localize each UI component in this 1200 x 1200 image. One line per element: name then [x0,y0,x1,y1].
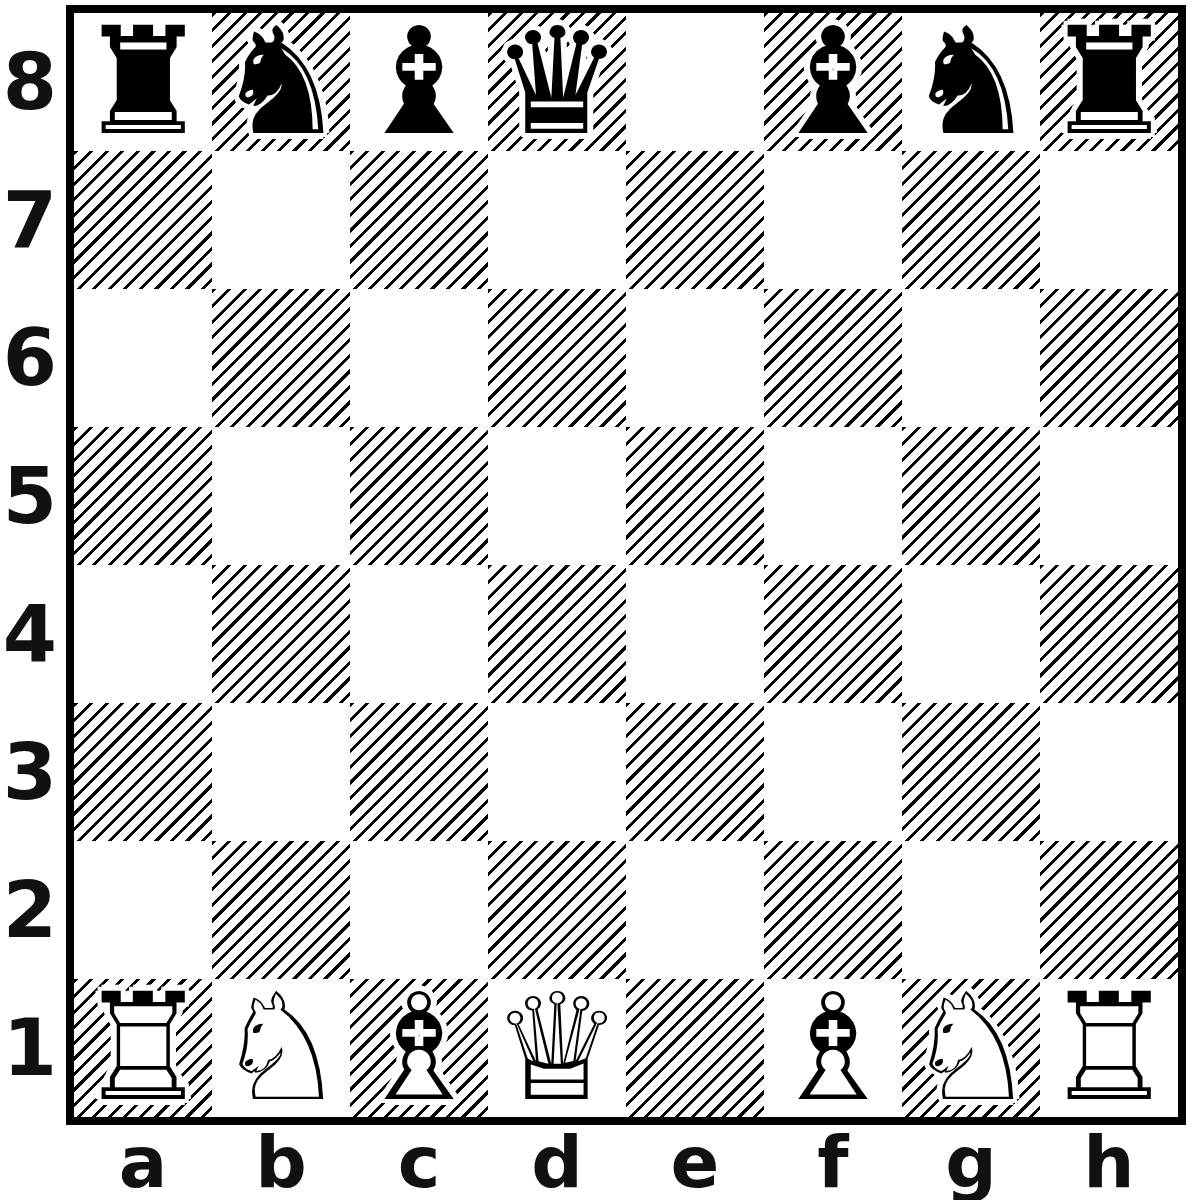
square-h2[interactable] [1040,841,1178,979]
piece-glyph: ♖ [1040,979,1178,1117]
square-f4[interactable] [764,565,902,703]
file-label-f: f [764,1126,902,1198]
square-g6[interactable] [902,289,1040,427]
square-c7[interactable] [350,151,488,289]
file-label-b: b [212,1126,350,1198]
square-b3[interactable] [212,703,350,841]
square-c2[interactable] [350,841,488,979]
square-d6[interactable] [488,289,626,427]
square-c6[interactable] [350,289,488,427]
square-f1[interactable]: ♝♗ [764,979,902,1117]
piece-glyph: ♞ [212,13,350,151]
chessboard: ♜♜♞♞♝♝♛♛♝♝♞♞♜♜♜♖♞♘♝♗♛♕♝♗♞♘♜♖ [66,5,1186,1125]
square-a8[interactable]: ♜♜ [74,13,212,151]
square-d5[interactable] [488,427,626,565]
rank-label-4: 4 [0,565,60,703]
rank-label-8: 8 [0,13,60,151]
square-b6[interactable] [212,289,350,427]
piece-glyph: ♘ [212,979,350,1117]
square-e3[interactable] [626,703,764,841]
square-d7[interactable] [488,151,626,289]
square-b5[interactable] [212,427,350,565]
piece-glyph: ♖ [74,979,212,1117]
square-e7[interactable] [626,151,764,289]
file-label-g: g [902,1126,1040,1198]
square-g7[interactable] [902,151,1040,289]
black-knight[interactable]: ♞♞ [902,13,1040,151]
square-e2[interactable] [626,841,764,979]
white-bishop[interactable]: ♝♗ [350,979,488,1117]
square-c1[interactable]: ♝♗ [350,979,488,1117]
black-bishop[interactable]: ♝♝ [764,13,902,151]
piece-glyph: ♝ [764,13,902,151]
rank-label-2: 2 [0,841,60,979]
square-d8[interactable]: ♛♛ [488,13,626,151]
rank-label-6: 6 [0,289,60,427]
square-h3[interactable] [1040,703,1178,841]
square-f3[interactable] [764,703,902,841]
square-e6[interactable] [626,289,764,427]
square-b2[interactable] [212,841,350,979]
white-knight[interactable]: ♞♘ [212,979,350,1117]
square-a4[interactable] [74,565,212,703]
file-label-e: e [626,1126,764,1198]
file-label-c: c [350,1126,488,1198]
piece-glyph: ♘ [902,979,1040,1117]
square-h8[interactable]: ♜♜ [1040,13,1178,151]
square-g2[interactable] [902,841,1040,979]
square-a6[interactable] [74,289,212,427]
file-label-h: h [1040,1126,1178,1198]
square-c3[interactable] [350,703,488,841]
square-e5[interactable] [626,427,764,565]
black-queen[interactable]: ♛♛ [488,13,626,151]
chess-diagram: 87654321 ♜♜♞♞♝♝♛♛♝♝♞♞♜♜♜♖♞♘♝♗♛♕♝♗♞♘♜♖ ab… [0,0,1200,1200]
square-e8[interactable] [626,13,764,151]
piece-glyph: ♝ [350,13,488,151]
square-c4[interactable] [350,565,488,703]
square-d1[interactable]: ♛♕ [488,979,626,1117]
rank-label-3: 3 [0,703,60,841]
square-a1[interactable]: ♜♖ [74,979,212,1117]
piece-glyph: ♛ [488,13,626,151]
black-knight[interactable]: ♞♞ [212,13,350,151]
square-b8[interactable]: ♞♞ [212,13,350,151]
square-b1[interactable]: ♞♘ [212,979,350,1117]
square-a5[interactable] [74,427,212,565]
square-c8[interactable]: ♝♝ [350,13,488,151]
white-rook[interactable]: ♜♖ [1040,979,1178,1117]
square-h4[interactable] [1040,565,1178,703]
square-b4[interactable] [212,565,350,703]
square-e4[interactable] [626,565,764,703]
square-h5[interactable] [1040,427,1178,565]
square-g3[interactable] [902,703,1040,841]
square-d3[interactable] [488,703,626,841]
square-c5[interactable] [350,427,488,565]
piece-glyph: ♕ [488,979,626,1117]
square-e1[interactable] [626,979,764,1117]
square-h1[interactable]: ♜♖ [1040,979,1178,1117]
file-label-a: a [74,1126,212,1198]
rank-label-5: 5 [0,427,60,565]
square-g8[interactable]: ♞♞ [902,13,1040,151]
black-rook[interactable]: ♜♜ [74,13,212,151]
square-g5[interactable] [902,427,1040,565]
square-f8[interactable]: ♝♝ [764,13,902,151]
black-rook[interactable]: ♜♜ [1040,13,1178,151]
piece-glyph: ♗ [350,979,488,1117]
square-a2[interactable] [74,841,212,979]
square-d4[interactable] [488,565,626,703]
black-bishop[interactable]: ♝♝ [350,13,488,151]
piece-glyph: ♗ [764,979,902,1117]
square-f6[interactable] [764,289,902,427]
square-a7[interactable] [74,151,212,289]
white-rook[interactable]: ♜♖ [74,979,212,1117]
piece-glyph: ♜ [1040,13,1178,151]
piece-glyph: ♞ [902,13,1040,151]
square-h7[interactable] [1040,151,1178,289]
rank-label-7: 7 [0,151,60,289]
square-b7[interactable] [212,151,350,289]
square-f2[interactable] [764,841,902,979]
square-f7[interactable] [764,151,902,289]
square-g1[interactable]: ♞♘ [902,979,1040,1117]
square-d2[interactable] [488,841,626,979]
piece-glyph: ♜ [74,13,212,151]
rank-label-1: 1 [0,979,60,1117]
square-g4[interactable] [902,565,1040,703]
chessboard-grid: ♜♜♞♞♝♝♛♛♝♝♞♞♜♜♜♖♞♘♝♗♛♕♝♗♞♘♜♖ [74,13,1178,1117]
white-queen[interactable]: ♛♕ [488,979,626,1117]
square-h6[interactable] [1040,289,1178,427]
white-bishop[interactable]: ♝♗ [764,979,902,1117]
white-knight[interactable]: ♞♘ [902,979,1040,1117]
square-a3[interactable] [74,703,212,841]
square-f5[interactable] [764,427,902,565]
file-label-d: d [488,1126,626,1198]
